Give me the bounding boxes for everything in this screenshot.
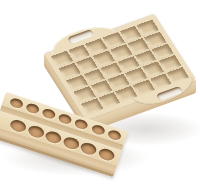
- bottle-hole: [25, 102, 40, 115]
- bottle-hole: [107, 128, 122, 141]
- bottle-hole: [58, 112, 73, 125]
- product-photo-scene: Unfinished pine wood essential-oil stora…: [0, 0, 200, 187]
- bottle-hole: [74, 118, 89, 131]
- bottle-hole: [90, 123, 105, 136]
- wooden-divided-tray: [44, 14, 196, 120]
- bottle-hole: [9, 96, 24, 109]
- bottle-hole: [41, 107, 56, 120]
